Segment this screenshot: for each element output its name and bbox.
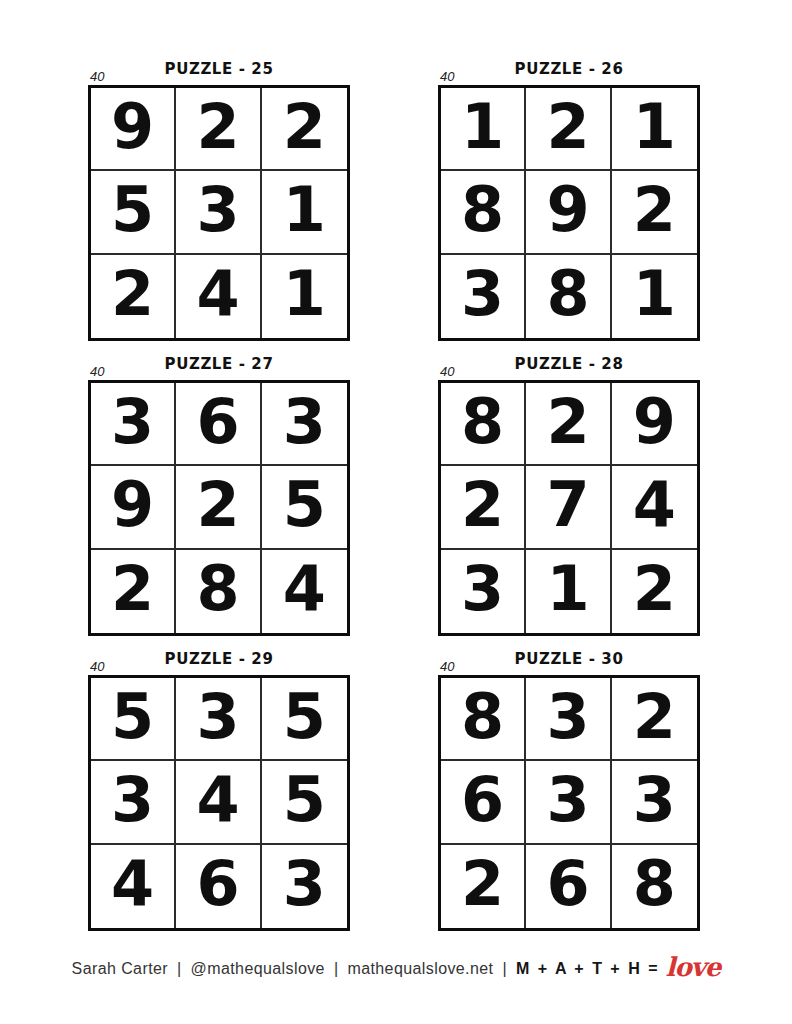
puzzle-title: PUZZLE - 29 (88, 651, 350, 667)
corner-label: 40 (90, 365, 104, 378)
grid-cell: 3 (176, 171, 261, 254)
grid-cell: 6 (176, 845, 261, 928)
grid-cell: 8 (441, 171, 526, 254)
grid-cell: 9 (91, 466, 176, 549)
grid-cell: 8 (176, 550, 261, 633)
footer: Sarah Carter|@mathequalslove|mathequalsl… (0, 950, 792, 980)
grid-cell: 2 (612, 171, 697, 254)
grid-cell: 1 (526, 550, 611, 633)
grid-cell: 2 (612, 678, 697, 761)
grid-cell: 8 (441, 383, 526, 466)
grid-cell: 2 (526, 383, 611, 466)
puzzle-board: 3 6 3 9 2 5 2 8 4 (88, 380, 350, 636)
corner-label: 40 (440, 365, 454, 378)
grid-cell: 9 (612, 383, 697, 466)
puzzle-30: PUZZLE - 30 40 8 3 2 6 3 3 2 6 8 (438, 651, 700, 931)
puzzle-board: 9 2 2 5 3 1 2 4 1 (88, 85, 350, 341)
love-script: love (666, 952, 721, 982)
grid-cell: 3 (176, 678, 261, 761)
grid-cell: 2 (262, 88, 347, 171)
grid-cell: 2 (176, 88, 261, 171)
corner-label: 40 (90, 70, 104, 83)
grid-cell: 3 (441, 550, 526, 633)
grid-cell: 3 (91, 761, 176, 844)
grid-cell: 9 (91, 88, 176, 171)
grid-cell: 3 (262, 383, 347, 466)
grid-cell: 2 (441, 845, 526, 928)
grid-cell: 1 (441, 88, 526, 171)
footer-equation: M + A + T + H = (516, 960, 660, 977)
grid-cell: 3 (612, 761, 697, 844)
grid-cell: 5 (91, 171, 176, 254)
grid-cell: 3 (91, 383, 176, 466)
puzzle-board: 5 3 5 3 4 5 4 6 3 (88, 675, 350, 931)
puzzle-27: PUZZLE - 27 40 3 6 3 9 2 5 2 8 4 (88, 356, 350, 636)
grid-cell: 3 (526, 761, 611, 844)
grid-cell: 1 (612, 255, 697, 338)
grid-cell: 2 (176, 466, 261, 549)
grid-cell: 6 (176, 383, 261, 466)
grid-cell: 9 (526, 171, 611, 254)
grid-cell: 6 (526, 845, 611, 928)
grid-cell: 4 (612, 466, 697, 549)
grid-cell: 6 (441, 761, 526, 844)
grid-cell: 2 (91, 550, 176, 633)
puzzle-title: PUZZLE - 27 (88, 356, 350, 372)
puzzle-board: 1 2 1 8 9 2 3 8 1 (438, 85, 700, 341)
grid-cell: 5 (262, 466, 347, 549)
worksheet-page: PUZZLE - 25 40 9 2 2 5 3 1 2 4 1 PUZZLE … (0, 0, 792, 1024)
grid-cell: 5 (91, 678, 176, 761)
footer-separator: | (502, 960, 507, 977)
corner-label: 40 (440, 70, 454, 83)
corner-label: 40 (90, 660, 104, 673)
grid-cell: 1 (262, 255, 347, 338)
grid-cell: 8 (526, 255, 611, 338)
footer-separator: | (334, 960, 339, 977)
puzzle-28: PUZZLE - 28 40 8 2 9 2 7 4 3 1 2 (438, 356, 700, 636)
grid-cell: 3 (526, 678, 611, 761)
corner-label: 40 (440, 660, 454, 673)
grid-cell: 4 (91, 845, 176, 928)
grid-cell: 7 (526, 466, 611, 549)
grid-cell: 2 (612, 550, 697, 633)
grid-cell: 8 (612, 845, 697, 928)
puzzle-title: PUZZLE - 28 (438, 356, 700, 372)
grid-cell: 3 (262, 845, 347, 928)
puzzle-25: PUZZLE - 25 40 9 2 2 5 3 1 2 4 1 (88, 61, 350, 341)
grid-cell: 3 (441, 255, 526, 338)
puzzle-grid-layout: PUZZLE - 25 40 9 2 2 5 3 1 2 4 1 PUZZLE … (88, 61, 700, 931)
puzzle-26: PUZZLE - 26 40 1 2 1 8 9 2 3 8 1 (438, 61, 700, 341)
puzzle-board: 8 2 9 2 7 4 3 1 2 (438, 380, 700, 636)
grid-cell: 2 (91, 255, 176, 338)
puzzle-title: PUZZLE - 30 (438, 651, 700, 667)
grid-cell: 8 (441, 678, 526, 761)
grid-cell: 4 (262, 550, 347, 633)
grid-cell: 4 (176, 761, 261, 844)
grid-cell: 4 (176, 255, 261, 338)
puzzle-title: PUZZLE - 26 (438, 61, 700, 77)
grid-cell: 2 (526, 88, 611, 171)
grid-cell: 5 (262, 761, 347, 844)
puzzle-board: 8 3 2 6 3 3 2 6 8 (438, 675, 700, 931)
footer-website: mathequalslove.net (347, 960, 493, 977)
grid-cell: 5 (262, 678, 347, 761)
grid-cell: 2 (441, 466, 526, 549)
puzzle-29: PUZZLE - 29 40 5 3 5 3 4 5 4 6 3 (88, 651, 350, 931)
footer-handle: @mathequalslove (191, 960, 325, 977)
grid-cell: 1 (262, 171, 347, 254)
footer-author: Sarah Carter (72, 960, 168, 977)
footer-separator: | (177, 960, 182, 977)
puzzle-title: PUZZLE - 25 (88, 61, 350, 77)
grid-cell: 1 (612, 88, 697, 171)
